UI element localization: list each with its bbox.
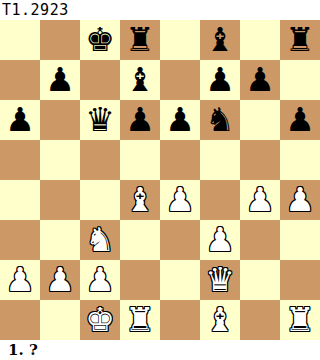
square-g3[interactable] [240, 220, 280, 260]
piece-black-pawn: ♟ [125, 100, 155, 140]
square-c8[interactable]: ♚ [80, 20, 120, 60]
piece-white-knight: ♞ [85, 220, 115, 260]
square-h7[interactable] [280, 60, 320, 100]
square-h4[interactable]: ♟ [280, 180, 320, 220]
square-e6[interactable]: ♟ [160, 100, 200, 140]
piece-black-knight: ♞ [205, 100, 235, 140]
square-f3[interactable]: ♟ [200, 220, 240, 260]
piece-black-pawn: ♟ [285, 100, 315, 140]
piece-black-rook: ♜ [125, 20, 155, 60]
square-a3[interactable] [0, 220, 40, 260]
square-e1[interactable] [160, 300, 200, 340]
square-c6[interactable]: ♛ [80, 100, 120, 140]
square-b3[interactable] [40, 220, 80, 260]
square-b6[interactable] [40, 100, 80, 140]
square-e7[interactable] [160, 60, 200, 100]
square-h2[interactable] [280, 260, 320, 300]
square-c1[interactable]: ♚ [80, 300, 120, 340]
square-g4[interactable]: ♟ [240, 180, 280, 220]
square-b1[interactable] [40, 300, 80, 340]
square-e2[interactable] [160, 260, 200, 300]
square-g6[interactable] [240, 100, 280, 140]
puzzle-id: T1.2923 [0, 0, 320, 20]
square-g2[interactable] [240, 260, 280, 300]
square-h3[interactable] [280, 220, 320, 260]
square-g8[interactable] [240, 20, 280, 60]
piece-white-pawn: ♟ [165, 180, 195, 220]
square-d2[interactable] [120, 260, 160, 300]
square-b7[interactable]: ♟ [40, 60, 80, 100]
square-f4[interactable] [200, 180, 240, 220]
piece-white-pawn: ♟ [85, 260, 115, 300]
piece-white-queen: ♛ [205, 260, 235, 300]
piece-white-bishop: ♝ [205, 300, 235, 340]
square-c3[interactable]: ♞ [80, 220, 120, 260]
piece-white-rook: ♜ [125, 300, 155, 340]
piece-black-pawn: ♟ [245, 60, 275, 100]
square-b2[interactable]: ♟ [40, 260, 80, 300]
square-b4[interactable] [40, 180, 80, 220]
square-c4[interactable] [80, 180, 120, 220]
square-d5[interactable] [120, 140, 160, 180]
square-b5[interactable] [40, 140, 80, 180]
chess-board: ♚♜♝♜♟♝♟♟♟♛♟♟♞♟♝♟♟♟♞♟♟♟♟♛♚♜♝♜ [0, 20, 320, 340]
piece-white-pawn: ♟ [45, 260, 75, 300]
square-g1[interactable] [240, 300, 280, 340]
square-d1[interactable]: ♜ [120, 300, 160, 340]
piece-white-pawn: ♟ [245, 180, 275, 220]
piece-white-king: ♚ [85, 300, 115, 340]
chess-diagram-window: T1.2923 ♚♜♝♜♟♝♟♟♟♛♟♟♞♟♝♟♟♟♞♟♟♟♟♛♚♜♝♜ 1. … [0, 0, 320, 360]
square-c7[interactable] [80, 60, 120, 100]
square-a5[interactable] [0, 140, 40, 180]
square-g5[interactable] [240, 140, 280, 180]
square-d8[interactable]: ♜ [120, 20, 160, 60]
piece-black-bishop: ♝ [205, 20, 235, 60]
square-f1[interactable]: ♝ [200, 300, 240, 340]
square-h6[interactable]: ♟ [280, 100, 320, 140]
square-d7[interactable]: ♝ [120, 60, 160, 100]
square-c5[interactable] [80, 140, 120, 180]
square-d3[interactable] [120, 220, 160, 260]
piece-black-rook: ♜ [285, 20, 315, 60]
move-prompt: 1. ? [0, 340, 320, 360]
square-c2[interactable]: ♟ [80, 260, 120, 300]
square-h8[interactable]: ♜ [280, 20, 320, 60]
square-d4[interactable]: ♝ [120, 180, 160, 220]
square-a4[interactable] [0, 180, 40, 220]
square-a6[interactable]: ♟ [0, 100, 40, 140]
square-b8[interactable] [40, 20, 80, 60]
piece-black-king: ♚ [85, 20, 115, 60]
square-e3[interactable] [160, 220, 200, 260]
square-e5[interactable] [160, 140, 200, 180]
square-a7[interactable] [0, 60, 40, 100]
square-a8[interactable] [0, 20, 40, 60]
piece-black-pawn: ♟ [5, 100, 35, 140]
square-h1[interactable]: ♜ [280, 300, 320, 340]
piece-white-pawn: ♟ [205, 220, 235, 260]
piece-white-pawn: ♟ [285, 180, 315, 220]
piece-white-bishop: ♝ [125, 180, 155, 220]
piece-black-pawn: ♟ [45, 60, 75, 100]
square-f7[interactable]: ♟ [200, 60, 240, 100]
square-h5[interactable] [280, 140, 320, 180]
piece-white-pawn: ♟ [5, 260, 35, 300]
piece-black-queen: ♛ [85, 100, 115, 140]
square-e8[interactable] [160, 20, 200, 60]
square-d6[interactable]: ♟ [120, 100, 160, 140]
piece-black-pawn: ♟ [165, 100, 195, 140]
square-g7[interactable]: ♟ [240, 60, 280, 100]
piece-white-rook: ♜ [285, 300, 315, 340]
square-f8[interactable]: ♝ [200, 20, 240, 60]
square-f5[interactable] [200, 140, 240, 180]
square-f6[interactable]: ♞ [200, 100, 240, 140]
square-a2[interactable]: ♟ [0, 260, 40, 300]
square-e4[interactable]: ♟ [160, 180, 200, 220]
piece-black-bishop: ♝ [125, 60, 155, 100]
piece-black-pawn: ♟ [205, 60, 235, 100]
square-f2[interactable]: ♛ [200, 260, 240, 300]
square-a1[interactable] [0, 300, 40, 340]
